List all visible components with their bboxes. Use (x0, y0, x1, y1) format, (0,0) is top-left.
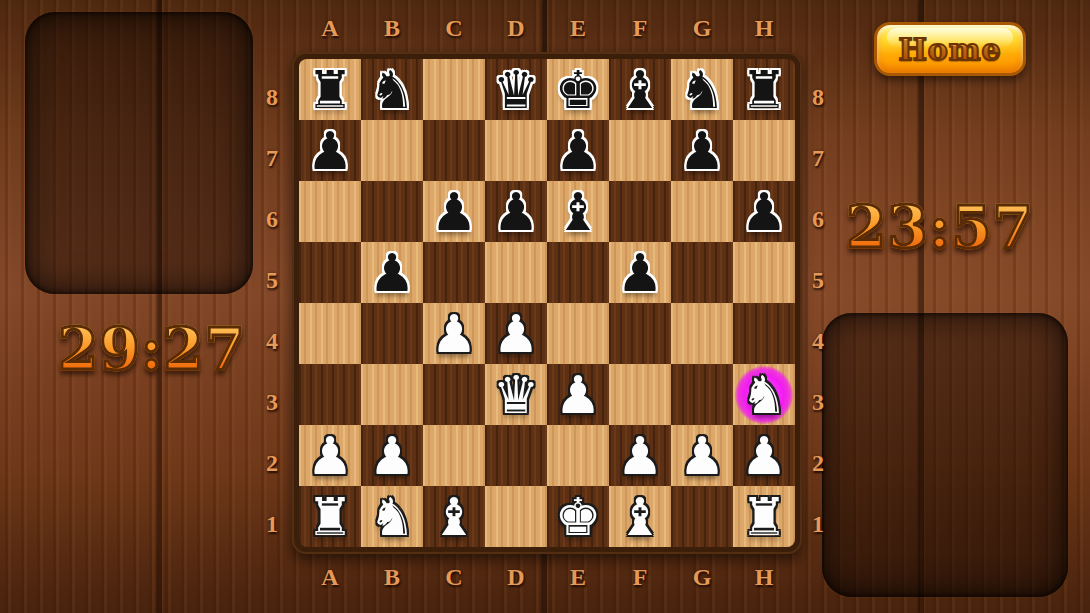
rank-label-right-1: 1 (802, 494, 834, 555)
chess-board: ♜♞♛♚♝♞♜♟♟♟♟♟♝♟♟♟♟♟♛♟♞♟♟♟♟♟♜♞♝♚♝♜ (292, 52, 802, 554)
file-label-bottom-e: E (547, 558, 609, 596)
black-pawn-d6[interactable]: ♟ (493, 186, 540, 238)
rank-label-left-8: 8 (256, 67, 288, 128)
square-d5[interactable] (485, 242, 547, 303)
rank-label-right-3: 3 (802, 372, 834, 433)
rank-label-right-4: 4 (802, 311, 834, 372)
chess-game-screen: 29:27 23:57 Home ABCDEFGH ABCDEFGH 87654… (0, 0, 1090, 613)
white-pawn-d4[interactable]: ♟ (493, 308, 540, 360)
white-pawn-b2[interactable]: ♟ (369, 430, 416, 482)
square-b3[interactable] (361, 364, 423, 425)
white-rook-h1[interactable]: ♜ (741, 491, 788, 543)
square-a4[interactable] (299, 303, 361, 364)
square-d6[interactable]: ♟ (485, 181, 547, 242)
black-pawn-c6[interactable]: ♟ (431, 186, 478, 238)
square-b1[interactable]: ♞ (361, 486, 423, 547)
square-d1[interactable] (485, 486, 547, 547)
square-a3[interactable] (299, 364, 361, 425)
square-e5[interactable] (547, 242, 609, 303)
square-d4[interactable]: ♟ (485, 303, 547, 364)
black-pawn-a7[interactable]: ♟ (307, 125, 354, 177)
rank-labels-right: 87654321 (802, 58, 834, 546)
square-d3[interactable]: ♛ (485, 364, 547, 425)
board-grid: ♜♞♛♚♝♞♜♟♟♟♟♟♝♟♟♟♟♟♛♟♞♟♟♟♟♟♜♞♝♚♝♜ (299, 59, 795, 547)
file-label-top-d: D (485, 10, 547, 46)
file-label-top-c: C (423, 10, 485, 46)
file-label-bottom-b: B (361, 558, 423, 596)
square-f4[interactable] (609, 303, 671, 364)
square-g6[interactable] (671, 181, 733, 242)
file-label-top-h: H (733, 10, 795, 46)
rank-label-left-1: 1 (256, 494, 288, 555)
square-e1[interactable]: ♚ (547, 486, 609, 547)
square-a2[interactable]: ♟ (299, 425, 361, 486)
square-c1[interactable]: ♝ (423, 486, 485, 547)
square-g4[interactable] (671, 303, 733, 364)
white-pawn-a2[interactable]: ♟ (307, 430, 354, 482)
file-labels-bottom: ABCDEFGH (299, 558, 795, 596)
rank-label-right-6: 6 (802, 189, 834, 250)
black-pawn-b5[interactable]: ♟ (369, 247, 416, 299)
square-g2[interactable]: ♟ (671, 425, 733, 486)
file-label-top-e: E (547, 10, 609, 46)
square-e6[interactable]: ♝ (547, 181, 609, 242)
square-f7[interactable] (609, 120, 671, 181)
square-f2[interactable]: ♟ (609, 425, 671, 486)
black-queen-d8[interactable]: ♛ (493, 64, 540, 116)
white-pawn-g2[interactable]: ♟ (679, 430, 726, 482)
black-rook-a8[interactable]: ♜ (307, 64, 354, 116)
captured-pieces-tray-top-left (25, 12, 253, 294)
white-bishop-f1[interactable]: ♝ (617, 491, 664, 543)
rank-label-right-7: 7 (802, 128, 834, 189)
square-h3[interactable]: ♞ (733, 364, 795, 425)
square-b8[interactable]: ♞ (361, 59, 423, 120)
white-pawn-e3[interactable]: ♟ (555, 369, 602, 421)
square-g8[interactable]: ♞ (671, 59, 733, 120)
square-h7[interactable] (733, 120, 795, 181)
square-e2[interactable] (547, 425, 609, 486)
square-g1[interactable] (671, 486, 733, 547)
white-timer: 29:27 (36, 318, 268, 382)
square-f8[interactable]: ♝ (609, 59, 671, 120)
file-label-top-a: A (299, 10, 361, 46)
square-c5[interactable] (423, 242, 485, 303)
file-label-bottom-c: C (423, 558, 485, 596)
rank-label-right-5: 5 (802, 250, 834, 311)
square-f1[interactable]: ♝ (609, 486, 671, 547)
black-pawn-h6[interactable]: ♟ (741, 186, 788, 238)
black-knight-g8[interactable]: ♞ (679, 64, 726, 116)
white-pawn-c4[interactable]: ♟ (431, 308, 478, 360)
square-c2[interactable] (423, 425, 485, 486)
file-label-top-f: F (609, 10, 671, 46)
square-e7[interactable]: ♟ (547, 120, 609, 181)
file-label-top-g: G (671, 10, 733, 46)
white-knight-b1[interactable]: ♞ (369, 491, 416, 543)
square-g3[interactable] (671, 364, 733, 425)
file-labels-top: ABCDEFGH (299, 10, 795, 46)
square-h5[interactable] (733, 242, 795, 303)
square-f6[interactable] (609, 181, 671, 242)
square-e4[interactable] (547, 303, 609, 364)
square-b5[interactable]: ♟ (361, 242, 423, 303)
square-a6[interactable] (299, 181, 361, 242)
black-bishop-e6[interactable]: ♝ (555, 186, 602, 238)
square-b7[interactable] (361, 120, 423, 181)
black-king-e8[interactable]: ♚ (555, 64, 602, 116)
rank-label-right-8: 8 (802, 67, 834, 128)
rank-label-right-2: 2 (802, 433, 834, 494)
square-g5[interactable] (671, 242, 733, 303)
rank-label-left-3: 3 (256, 372, 288, 433)
captured-pieces-tray-bottom-right (822, 313, 1068, 597)
white-rook-a1[interactable]: ♜ (307, 491, 354, 543)
rank-label-left-7: 7 (256, 128, 288, 189)
square-h8[interactable]: ♜ (733, 59, 795, 120)
home-button[interactable]: Home (874, 22, 1026, 76)
square-d2[interactable] (485, 425, 547, 486)
black-pawn-e7[interactable]: ♟ (555, 125, 602, 177)
square-a5[interactable] (299, 242, 361, 303)
rank-label-left-4: 4 (256, 311, 288, 372)
black-pawn-f5[interactable]: ♟ (617, 247, 664, 299)
square-b4[interactable] (361, 303, 423, 364)
square-h1[interactable]: ♜ (733, 486, 795, 547)
square-e8[interactable]: ♚ (547, 59, 609, 120)
square-g7[interactable]: ♟ (671, 120, 733, 181)
square-a8[interactable]: ♜ (299, 59, 361, 120)
file-label-bottom-a: A (299, 558, 361, 596)
square-c7[interactable] (423, 120, 485, 181)
square-c8[interactable] (423, 59, 485, 120)
square-f3[interactable] (609, 364, 671, 425)
square-f5[interactable]: ♟ (609, 242, 671, 303)
black-pawn-g7[interactable]: ♟ (679, 125, 726, 177)
square-e3[interactable]: ♟ (547, 364, 609, 425)
square-h2[interactable]: ♟ (733, 425, 795, 486)
file-label-bottom-f: F (609, 558, 671, 596)
white-queen-d3[interactable]: ♛ (493, 369, 540, 421)
square-c6[interactable]: ♟ (423, 181, 485, 242)
square-c3[interactable] (423, 364, 485, 425)
black-bishop-f8[interactable]: ♝ (617, 64, 664, 116)
square-c4[interactable]: ♟ (423, 303, 485, 364)
square-b6[interactable] (361, 181, 423, 242)
square-d8[interactable]: ♛ (485, 59, 547, 120)
rank-label-left-2: 2 (256, 433, 288, 494)
file-label-bottom-h: H (733, 558, 795, 596)
white-king-e1[interactable]: ♚ (555, 491, 602, 543)
white-knight-h3[interactable]: ♞ (741, 369, 788, 421)
white-pawn-f2[interactable]: ♟ (617, 430, 664, 482)
rank-label-left-6: 6 (256, 189, 288, 250)
black-timer: 23:57 (824, 196, 1056, 260)
rank-label-left-5: 5 (256, 250, 288, 311)
black-knight-b8[interactable]: ♞ (369, 64, 416, 116)
square-a1[interactable]: ♜ (299, 486, 361, 547)
black-rook-h8[interactable]: ♜ (741, 64, 788, 116)
square-d7[interactable] (485, 120, 547, 181)
square-b2[interactable]: ♟ (361, 425, 423, 486)
file-label-bottom-d: D (485, 558, 547, 596)
file-label-top-b: B (361, 10, 423, 46)
square-h6[interactable]: ♟ (733, 181, 795, 242)
white-pawn-h2[interactable]: ♟ (741, 430, 788, 482)
square-a7[interactable]: ♟ (299, 120, 361, 181)
square-h4[interactable] (733, 303, 795, 364)
rank-labels-left: 87654321 (256, 58, 288, 546)
home-button-label: Home (898, 32, 1001, 67)
white-bishop-c1[interactable]: ♝ (431, 491, 478, 543)
file-label-bottom-g: G (671, 558, 733, 596)
